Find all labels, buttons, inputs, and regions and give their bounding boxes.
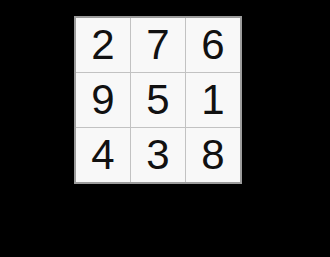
cell-r0c0: 2	[76, 18, 130, 72]
cell-r2c0: 4	[76, 128, 130, 182]
cell-r2c2: 8	[186, 128, 240, 182]
magic-square-board: 2 7 6 9 5 1 4 3 8	[74, 16, 242, 184]
cell-r2c1: 3	[131, 128, 185, 182]
cell-r1c0: 9	[76, 73, 130, 127]
cell-r0c1: 7	[131, 18, 185, 72]
cell-r0c2: 6	[186, 18, 240, 72]
cell-r1c1: 5	[131, 73, 185, 127]
cell-r1c2: 1	[186, 73, 240, 127]
